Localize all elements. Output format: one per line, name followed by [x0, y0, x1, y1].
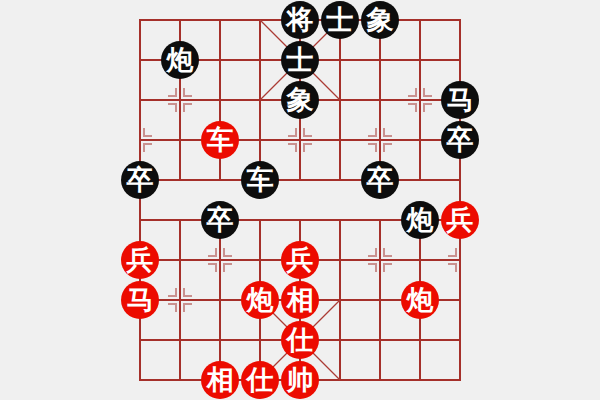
- xiangqi-board[interactable]: 将士象炮士象马车卒卒车卒卒炮兵兵兵马炮相炮仕相仕帅: [120, 0, 480, 400]
- piece-black-advisor[interactable]: 士: [281, 41, 319, 79]
- board-point-5-1[interactable]: [320, 40, 360, 80]
- board-point-3-9[interactable]: 仕: [240, 360, 280, 400]
- board-point-7-3[interactable]: [400, 120, 440, 160]
- board-point-5-2[interactable]: [320, 80, 360, 120]
- board-point-6-8[interactable]: [360, 320, 400, 360]
- board-point-5-0[interactable]: 士: [320, 0, 360, 40]
- board-point-8-1[interactable]: [440, 40, 480, 80]
- board-point-7-1[interactable]: [400, 40, 440, 80]
- board-point-2-9[interactable]: 相: [200, 360, 240, 400]
- board-point-3-3[interactable]: [240, 120, 280, 160]
- board-point-8-2[interactable]: 马: [440, 80, 480, 120]
- board-point-3-8[interactable]: [240, 320, 280, 360]
- board-point-2-2[interactable]: [200, 80, 240, 120]
- board-point-5-6[interactable]: [320, 240, 360, 280]
- xiangqi-screenshot: 将士象炮士象马车卒卒车卒卒炮兵兵兵马炮相炮仕相仕帅: [0, 0, 600, 400]
- board-point-4-7[interactable]: 相: [280, 280, 320, 320]
- piece-black-horse[interactable]: 马: [441, 81, 479, 119]
- board-point-1-0[interactable]: [160, 0, 200, 40]
- board-point-5-9[interactable]: [320, 360, 360, 400]
- board-point-6-6[interactable]: [360, 240, 400, 280]
- board-point-3-2[interactable]: [240, 80, 280, 120]
- board-point-7-8[interactable]: [400, 320, 440, 360]
- board-point-0-7[interactable]: 马: [120, 280, 160, 320]
- board-point-0-1[interactable]: [120, 40, 160, 80]
- board-point-0-8[interactable]: [120, 320, 160, 360]
- board-point-2-5[interactable]: 卒: [200, 200, 240, 240]
- board-point-2-7[interactable]: [200, 280, 240, 320]
- board-point-0-4[interactable]: 卒: [120, 160, 160, 200]
- board-point-5-7[interactable]: [320, 280, 360, 320]
- board-point-7-5[interactable]: 炮: [400, 200, 440, 240]
- board-point-2-4[interactable]: [200, 160, 240, 200]
- board-point-7-7[interactable]: 炮: [400, 280, 440, 320]
- board-point-8-3[interactable]: 卒: [440, 120, 480, 160]
- piece-black-soldier[interactable]: 卒: [441, 121, 479, 159]
- piece-red-soldier[interactable]: 兵: [121, 241, 159, 279]
- board-point-2-6[interactable]: [200, 240, 240, 280]
- board-point-1-9[interactable]: [160, 360, 200, 400]
- board-point-3-7[interactable]: 炮: [240, 280, 280, 320]
- piece-red-advisor[interactable]: 仕: [241, 361, 279, 399]
- board-point-1-3[interactable]: [160, 120, 200, 160]
- piece-black-cannon[interactable]: 炮: [161, 41, 199, 79]
- board-point-8-5[interactable]: 兵: [440, 200, 480, 240]
- piece-red-soldier[interactable]: 兵: [281, 241, 319, 279]
- board-point-5-5[interactable]: [320, 200, 360, 240]
- board-point-8-4[interactable]: [440, 160, 480, 200]
- board-point-5-4[interactable]: [320, 160, 360, 200]
- piece-red-cannon[interactable]: 炮: [241, 281, 279, 319]
- piece-black-elephant[interactable]: 象: [281, 81, 319, 119]
- board-point-6-2[interactable]: [360, 80, 400, 120]
- board-point-0-0[interactable]: [120, 0, 160, 40]
- board-point-8-7[interactable]: [440, 280, 480, 320]
- board-point-3-6[interactable]: [240, 240, 280, 280]
- board-point-6-9[interactable]: [360, 360, 400, 400]
- board-point-7-6[interactable]: [400, 240, 440, 280]
- board-point-6-1[interactable]: [360, 40, 400, 80]
- board-point-2-1[interactable]: [200, 40, 240, 80]
- board-point-6-5[interactable]: [360, 200, 400, 240]
- board-point-0-3[interactable]: [120, 120, 160, 160]
- board-point-1-2[interactable]: [160, 80, 200, 120]
- board-point-8-6[interactable]: [440, 240, 480, 280]
- board-point-4-0[interactable]: 将: [280, 0, 320, 40]
- board-point-5-8[interactable]: [320, 320, 360, 360]
- board-point-1-4[interactable]: [160, 160, 200, 200]
- board-point-0-9[interactable]: [120, 360, 160, 400]
- piece-black-chariot[interactable]: 车: [241, 161, 279, 199]
- board-point-4-8[interactable]: 仕: [280, 320, 320, 360]
- board-point-4-5[interactable]: [280, 200, 320, 240]
- board-point-1-1[interactable]: 炮: [160, 40, 200, 80]
- board-point-6-4[interactable]: 卒: [360, 160, 400, 200]
- board-point-0-6[interactable]: 兵: [120, 240, 160, 280]
- board-point-7-9[interactable]: [400, 360, 440, 400]
- board-point-4-2[interactable]: 象: [280, 80, 320, 120]
- piece-black-soldier[interactable]: 卒: [201, 201, 239, 239]
- board-point-0-5[interactable]: [120, 200, 160, 240]
- board-point-6-7[interactable]: [360, 280, 400, 320]
- piece-red-chariot[interactable]: 车: [201, 121, 239, 159]
- board-point-4-3[interactable]: [280, 120, 320, 160]
- board-point-4-6[interactable]: 兵: [280, 240, 320, 280]
- board-point-1-7[interactable]: [160, 280, 200, 320]
- board-point-3-5[interactable]: [240, 200, 280, 240]
- board-point-8-8[interactable]: [440, 320, 480, 360]
- board-point-1-6[interactable]: [160, 240, 200, 280]
- board-point-2-8[interactable]: [200, 320, 240, 360]
- piece-red-elephant[interactable]: 相: [201, 361, 239, 399]
- board-point-2-0[interactable]: [200, 0, 240, 40]
- board-point-4-9[interactable]: 帅: [280, 360, 320, 400]
- board-point-3-4[interactable]: 车: [240, 160, 280, 200]
- board-point-0-2[interactable]: [120, 80, 160, 120]
- board-point-5-3[interactable]: [320, 120, 360, 160]
- piece-black-advisor[interactable]: 士: [321, 1, 359, 39]
- board-point-7-2[interactable]: [400, 80, 440, 120]
- piece-red-advisor[interactable]: 仕: [281, 321, 319, 359]
- piece-black-cannon[interactable]: 炮: [401, 201, 439, 239]
- piece-red-elephant[interactable]: 相: [281, 281, 319, 319]
- board-point-6-3[interactable]: [360, 120, 400, 160]
- piece-black-general[interactable]: 将: [281, 1, 319, 39]
- board-point-6-0[interactable]: 象: [360, 0, 400, 40]
- board-point-1-5[interactable]: [160, 200, 200, 240]
- piece-black-elephant[interactable]: 象: [361, 1, 399, 39]
- board-point-8-0[interactable]: [440, 0, 480, 40]
- board-point-4-4[interactable]: [280, 160, 320, 200]
- board-point-4-1[interactable]: 士: [280, 40, 320, 80]
- board-point-3-1[interactable]: [240, 40, 280, 80]
- board-point-1-8[interactable]: [160, 320, 200, 360]
- board-point-3-0[interactable]: [240, 0, 280, 40]
- piece-red-general[interactable]: 帅: [281, 361, 319, 399]
- board-point-8-9[interactable]: [440, 360, 480, 400]
- piece-red-horse[interactable]: 马: [121, 281, 159, 319]
- piece-red-soldier[interactable]: 兵: [441, 201, 479, 239]
- piece-black-soldier[interactable]: 卒: [121, 161, 159, 199]
- board-point-7-4[interactable]: [400, 160, 440, 200]
- piece-black-soldier[interactable]: 卒: [361, 161, 399, 199]
- piece-red-cannon[interactable]: 炮: [401, 281, 439, 319]
- board-point-2-3[interactable]: 车: [200, 120, 240, 160]
- board-point-7-0[interactable]: [400, 0, 440, 40]
